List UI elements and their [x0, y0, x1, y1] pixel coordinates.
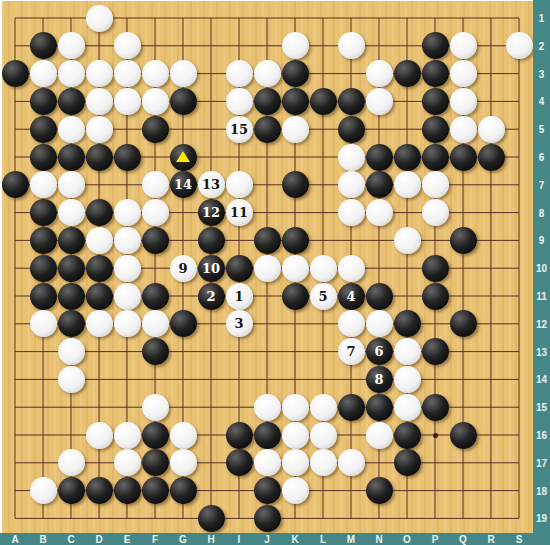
row-label-10: 10 — [533, 263, 550, 274]
stone-white-E12 — [114, 310, 141, 337]
stone-black-J4 — [254, 88, 281, 115]
row-label-4: 4 — [533, 96, 550, 107]
stone-black-F16 — [142, 422, 169, 449]
stone-white-F8 — [142, 199, 169, 226]
stone-black-C11 — [58, 283, 85, 310]
row-label-5: 5 — [533, 124, 550, 135]
stone-black-B2 — [30, 32, 57, 59]
stone-black-F18 — [142, 477, 169, 504]
stone-black-B8 — [30, 199, 57, 226]
stone-black-I16 — [226, 422, 253, 449]
stone-black-K3 — [282, 60, 309, 87]
stone-white-E11 — [114, 283, 141, 310]
stone-white-C2 — [58, 32, 85, 59]
stone-white-K10 — [282, 255, 309, 282]
stone-black-Q9 — [450, 227, 477, 254]
stone-white-Q2 — [450, 32, 477, 59]
row-label-12: 12 — [533, 319, 550, 330]
stone-white-J15 — [254, 394, 281, 421]
stone-black-D18 — [86, 477, 113, 504]
stone-black-C10 — [58, 255, 85, 282]
row-label-1: 1 — [533, 13, 550, 24]
stone-black-C12 — [58, 310, 85, 337]
stone-move-3-I12: 3 — [226, 310, 253, 337]
triangle-marker — [176, 151, 190, 162]
go-board[interactable]: 151413121191021543768 — [2, 1, 533, 533]
stone-white-I4 — [226, 88, 253, 115]
stone-black-P10 — [422, 255, 449, 282]
stone-black-F5 — [142, 116, 169, 143]
column-label-D: D — [91, 534, 107, 545]
column-label-K: K — [287, 534, 303, 545]
row-label-13: 13 — [533, 347, 550, 358]
stone-black-G18 — [170, 477, 197, 504]
stone-black-J16 — [254, 422, 281, 449]
stone-white-B7 — [30, 171, 57, 198]
stone-move-12-H8: 12 — [198, 199, 225, 226]
stone-white-S2 — [506, 32, 533, 59]
stone-white-I3 — [226, 60, 253, 87]
stone-white-M2 — [338, 32, 365, 59]
stone-white-B12 — [30, 310, 57, 337]
column-label-P: P — [427, 534, 443, 545]
stone-black-G6 — [170, 144, 197, 171]
stone-black-P11 — [422, 283, 449, 310]
stone-black-J19 — [254, 505, 281, 532]
stone-white-I7 — [226, 171, 253, 198]
stone-black-E18 — [114, 477, 141, 504]
stone-black-O16 — [394, 422, 421, 449]
stone-move-9-G10: 9 — [170, 255, 197, 282]
column-label-G: G — [175, 534, 191, 545]
stone-black-F17 — [142, 449, 169, 476]
stone-white-C5 — [58, 116, 85, 143]
row-label-18: 18 — [533, 486, 550, 497]
stone-white-M12 — [338, 310, 365, 337]
stone-white-P8 — [422, 199, 449, 226]
row-label-17: 17 — [533, 458, 550, 469]
stone-black-I10 — [226, 255, 253, 282]
stone-white-E10 — [114, 255, 141, 282]
column-label-O: O — [399, 534, 415, 545]
stone-black-N11 — [366, 283, 393, 310]
stone-move-11-I8: 11 — [226, 199, 253, 226]
stone-black-P15 — [422, 394, 449, 421]
stone-white-O15 — [394, 394, 421, 421]
row-label-7: 7 — [533, 180, 550, 191]
stone-black-H9 — [198, 227, 225, 254]
stone-move-7-M13: 7 — [338, 338, 365, 365]
stone-black-C9 — [58, 227, 85, 254]
stone-black-Q12 — [450, 310, 477, 337]
stone-black-H19 — [198, 505, 225, 532]
stone-white-O7 — [394, 171, 421, 198]
stone-white-D4 — [86, 88, 113, 115]
column-label-I: I — [231, 534, 247, 545]
stone-move-2-H11: 2 — [198, 283, 225, 310]
stone-black-C4 — [58, 88, 85, 115]
stone-black-P4 — [422, 88, 449, 115]
row-label-14: 14 — [533, 374, 550, 385]
stone-black-M15 — [338, 394, 365, 421]
row-label-2: 2 — [533, 41, 550, 52]
stone-black-O12 — [394, 310, 421, 337]
stone-black-Q6 — [450, 144, 477, 171]
stone-black-N7 — [366, 171, 393, 198]
stone-white-E16 — [114, 422, 141, 449]
stone-white-D5 — [86, 116, 113, 143]
stone-white-G16 — [170, 422, 197, 449]
hoshi-point-P16 — [433, 433, 438, 438]
stone-white-F12 — [142, 310, 169, 337]
row-label-11: 11 — [533, 291, 550, 302]
stone-white-D3 — [86, 60, 113, 87]
go-app-window: 151413121191021543768 ABCDEFGHIJKLMNOPQR… — [0, 0, 550, 545]
stone-white-M6 — [338, 144, 365, 171]
stone-black-O17 — [394, 449, 421, 476]
row-label-3: 3 — [533, 69, 550, 80]
stone-black-B9 — [30, 227, 57, 254]
stone-black-J9 — [254, 227, 281, 254]
stone-move-15-I5: 15 — [226, 116, 253, 143]
stone-move-1-I11: 1 — [226, 283, 253, 310]
stone-white-C13 — [58, 338, 85, 365]
stone-black-D11 — [86, 283, 113, 310]
stone-black-A3 — [2, 60, 29, 87]
stone-white-E2 — [114, 32, 141, 59]
stone-white-E9 — [114, 227, 141, 254]
stone-white-D12 — [86, 310, 113, 337]
stone-white-P7 — [422, 171, 449, 198]
column-label-C: C — [63, 534, 79, 545]
stone-move-6-N13: 6 — [366, 338, 393, 365]
stone-white-C3 — [58, 60, 85, 87]
stone-black-C6 — [58, 144, 85, 171]
stone-white-E8 — [114, 199, 141, 226]
stone-black-P6 — [422, 144, 449, 171]
stone-white-O13 — [394, 338, 421, 365]
stone-black-D10 — [86, 255, 113, 282]
column-label-H: H — [203, 534, 219, 545]
row-label-19: 19 — [533, 513, 550, 524]
stone-white-C14 — [58, 366, 85, 393]
stone-white-Q5 — [450, 116, 477, 143]
stone-black-F11 — [142, 283, 169, 310]
stone-white-E3 — [114, 60, 141, 87]
stone-black-F13 — [142, 338, 169, 365]
row-label-9: 9 — [533, 235, 550, 246]
stone-move-14-G7: 14 — [170, 171, 197, 198]
stone-black-N6 — [366, 144, 393, 171]
stone-white-F3 — [142, 60, 169, 87]
column-label-R: R — [483, 534, 499, 545]
stone-black-P5 — [422, 116, 449, 143]
stone-black-K7 — [282, 171, 309, 198]
stone-white-R5 — [478, 116, 505, 143]
stone-black-G4 — [170, 88, 197, 115]
stone-white-L10 — [310, 255, 337, 282]
stone-black-K9 — [282, 227, 309, 254]
stone-white-B18 — [30, 477, 57, 504]
stone-black-J5 — [254, 116, 281, 143]
stone-black-K11 — [282, 283, 309, 310]
stone-white-D1 — [86, 5, 113, 32]
stone-white-G17 — [170, 449, 197, 476]
stone-black-E6 — [114, 144, 141, 171]
stone-white-M8 — [338, 199, 365, 226]
stone-black-M4 — [338, 88, 365, 115]
stone-white-L17 — [310, 449, 337, 476]
stone-black-D8 — [86, 199, 113, 226]
column-label-M: M — [343, 534, 359, 545]
stone-black-B11 — [30, 283, 57, 310]
stone-white-D9 — [86, 227, 113, 254]
stone-white-E4 — [114, 88, 141, 115]
stone-black-R6 — [478, 144, 505, 171]
column-label-B: B — [35, 534, 51, 545]
stone-black-F9 — [142, 227, 169, 254]
stone-white-K15 — [282, 394, 309, 421]
column-label-F: F — [147, 534, 163, 545]
stone-white-N3 — [366, 60, 393, 87]
stone-white-N12 — [366, 310, 393, 337]
stone-white-M10 — [338, 255, 365, 282]
stone-white-F4 — [142, 88, 169, 115]
stone-white-Q4 — [450, 88, 477, 115]
stone-white-J3 — [254, 60, 281, 87]
stone-move-10-H10: 10 — [198, 255, 225, 282]
stone-white-L16 — [310, 422, 337, 449]
stone-white-Q3 — [450, 60, 477, 87]
stone-white-J10 — [254, 255, 281, 282]
stone-black-I17 — [226, 449, 253, 476]
column-label-A: A — [7, 534, 23, 545]
stone-black-B10 — [30, 255, 57, 282]
row-label-6: 6 — [533, 152, 550, 163]
stone-black-O6 — [394, 144, 421, 171]
column-label-S: S — [511, 534, 527, 545]
stone-black-M5 — [338, 116, 365, 143]
stone-move-13-H7: 13 — [198, 171, 225, 198]
stone-white-J17 — [254, 449, 281, 476]
stone-white-M17 — [338, 449, 365, 476]
column-label-J: J — [259, 534, 275, 545]
stone-white-N8 — [366, 199, 393, 226]
row-label-15: 15 — [533, 402, 550, 413]
stone-white-K5 — [282, 116, 309, 143]
stone-move-4-M11: 4 — [338, 283, 365, 310]
row-label-16: 16 — [533, 430, 550, 441]
stone-white-G3 — [170, 60, 197, 87]
stone-white-C7 — [58, 171, 85, 198]
stone-black-P13 — [422, 338, 449, 365]
stone-black-J18 — [254, 477, 281, 504]
stone-white-C8 — [58, 199, 85, 226]
stone-black-G12 — [170, 310, 197, 337]
stone-white-N4 — [366, 88, 393, 115]
stone-black-D6 — [86, 144, 113, 171]
stone-black-N15 — [366, 394, 393, 421]
stone-white-N16 — [366, 422, 393, 449]
column-label-Q: Q — [455, 534, 471, 545]
column-label-N: N — [371, 534, 387, 545]
stone-white-O9 — [394, 227, 421, 254]
stone-white-K2 — [282, 32, 309, 59]
column-label-L: L — [315, 534, 331, 545]
stone-move-5-L11: 5 — [310, 283, 337, 310]
stone-black-O3 — [394, 60, 421, 87]
stone-white-B3 — [30, 60, 57, 87]
row-label-8: 8 — [533, 208, 550, 219]
stone-black-Q16 — [450, 422, 477, 449]
stone-white-C17 — [58, 449, 85, 476]
stone-white-K16 — [282, 422, 309, 449]
stone-black-B5 — [30, 116, 57, 143]
stone-black-C18 — [58, 477, 85, 504]
stone-white-M7 — [338, 171, 365, 198]
stone-white-K17 — [282, 449, 309, 476]
stone-white-K18 — [282, 477, 309, 504]
stone-white-E17 — [114, 449, 141, 476]
column-label-E: E — [119, 534, 135, 545]
stone-white-F7 — [142, 171, 169, 198]
stone-black-L4 — [310, 88, 337, 115]
stone-black-B6 — [30, 144, 57, 171]
stone-white-F15 — [142, 394, 169, 421]
stone-white-L15 — [310, 394, 337, 421]
stone-move-8-N14: 8 — [366, 366, 393, 393]
stone-black-K4 — [282, 88, 309, 115]
stone-white-O14 — [394, 366, 421, 393]
stone-black-N18 — [366, 477, 393, 504]
stone-black-A7 — [2, 171, 29, 198]
stone-black-B4 — [30, 88, 57, 115]
stone-white-D16 — [86, 422, 113, 449]
stone-black-P3 — [422, 60, 449, 87]
stone-black-P2 — [422, 32, 449, 59]
